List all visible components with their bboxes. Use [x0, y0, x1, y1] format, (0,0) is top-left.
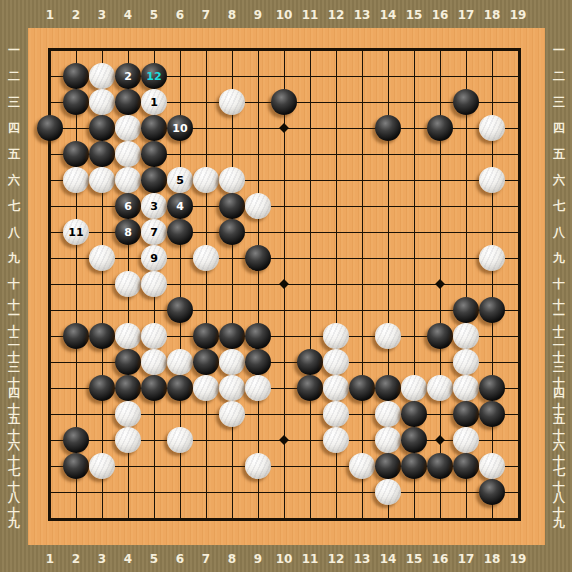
board-cell[interactable] [37, 245, 63, 271]
board-cell[interactable] [479, 193, 505, 219]
board-cell[interactable] [141, 37, 167, 63]
board-cell[interactable] [271, 375, 297, 401]
board-cell[interactable] [453, 141, 479, 167]
board-cell[interactable] [89, 167, 115, 193]
board-cell[interactable] [427, 271, 453, 297]
board-cell[interactable] [89, 323, 115, 349]
board-cell[interactable] [37, 89, 63, 115]
board-cell[interactable] [427, 297, 453, 323]
board-cell[interactable] [349, 271, 375, 297]
board-cell[interactable] [401, 453, 427, 479]
board-cell[interactable] [505, 115, 531, 141]
board-cell[interactable] [271, 193, 297, 219]
board-cell[interactable] [323, 401, 349, 427]
board-cell[interactable] [401, 505, 427, 531]
board-cell[interactable] [479, 167, 505, 193]
board-cell[interactable] [37, 115, 63, 141]
board-cell[interactable] [219, 63, 245, 89]
board-cell[interactable] [115, 323, 141, 349]
board-cell[interactable] [297, 167, 323, 193]
board-cell[interactable] [453, 427, 479, 453]
board-cell[interactable] [89, 245, 115, 271]
board-cell[interactable] [401, 297, 427, 323]
board-cell[interactable] [37, 63, 63, 89]
board-cell[interactable] [245, 219, 271, 245]
board-cell[interactable] [115, 167, 141, 193]
board-cell[interactable] [323, 453, 349, 479]
board-cell[interactable] [167, 63, 193, 89]
board-cell[interactable] [219, 349, 245, 375]
board-cell[interactable] [401, 141, 427, 167]
board-cell[interactable] [89, 219, 115, 245]
board-cell[interactable] [453, 375, 479, 401]
board-cell[interactable] [245, 89, 271, 115]
board-cell[interactable] [375, 37, 401, 63]
board-cell[interactable] [401, 271, 427, 297]
board-cell[interactable] [89, 401, 115, 427]
board-cell[interactable] [271, 89, 297, 115]
board-cell[interactable] [323, 271, 349, 297]
board-cell[interactable] [89, 453, 115, 479]
board-cell[interactable] [349, 245, 375, 271]
board-cell[interactable] [453, 297, 479, 323]
board-cell[interactable] [115, 115, 141, 141]
board-cell[interactable] [453, 271, 479, 297]
board-cell[interactable] [219, 89, 245, 115]
board-cell[interactable] [193, 505, 219, 531]
board-cell[interactable] [453, 193, 479, 219]
board-cell[interactable] [167, 89, 193, 115]
board-cell[interactable] [479, 375, 505, 401]
board-cell[interactable] [141, 167, 167, 193]
board-cell[interactable] [349, 479, 375, 505]
board-cell[interactable] [89, 297, 115, 323]
board-cell[interactable] [323, 505, 349, 531]
board-cell[interactable] [63, 401, 89, 427]
board-cell[interactable] [401, 245, 427, 271]
board-cell[interactable] [297, 245, 323, 271]
board-cell[interactable] [89, 89, 115, 115]
board-cell[interactable] [245, 375, 271, 401]
board-cell[interactable] [349, 167, 375, 193]
board-cell[interactable] [115, 401, 141, 427]
board-cell[interactable] [427, 193, 453, 219]
board-cell[interactable] [479, 37, 505, 63]
board-cell[interactable] [505, 401, 531, 427]
board-cell[interactable] [401, 167, 427, 193]
board-cell[interactable] [271, 401, 297, 427]
board-cell[interactable] [505, 37, 531, 63]
board-cell[interactable] [375, 505, 401, 531]
board-cell[interactable] [505, 141, 531, 167]
board-cell[interactable] [453, 401, 479, 427]
board-cell[interactable] [63, 115, 89, 141]
board-cell[interactable] [245, 245, 271, 271]
board-cell[interactable] [193, 297, 219, 323]
board-cell[interactable] [375, 167, 401, 193]
board-cell[interactable] [219, 271, 245, 297]
board-cell[interactable]: 3 [141, 193, 167, 219]
board-cell[interactable] [167, 141, 193, 167]
board-cell[interactable] [167, 401, 193, 427]
board-cell[interactable] [401, 193, 427, 219]
board-cell[interactable] [193, 193, 219, 219]
board-cell[interactable] [479, 427, 505, 453]
board-cell[interactable] [427, 427, 453, 453]
board-cell[interactable] [167, 479, 193, 505]
board-cell[interactable] [271, 297, 297, 323]
board-cell[interactable] [453, 219, 479, 245]
board-cell[interactable] [245, 297, 271, 323]
board-cell[interactable] [63, 479, 89, 505]
board-cell[interactable]: 11 [63, 219, 89, 245]
board-cell[interactable] [89, 141, 115, 167]
board-cell[interactable] [167, 219, 193, 245]
board-cell[interactable] [375, 245, 401, 271]
board-cell[interactable] [63, 505, 89, 531]
board-cell[interactable] [193, 479, 219, 505]
board-cell[interactable] [297, 453, 323, 479]
board-cell[interactable] [427, 63, 453, 89]
board-cell[interactable] [323, 89, 349, 115]
board-cell[interactable] [63, 375, 89, 401]
board-cell[interactable] [297, 427, 323, 453]
board-cell[interactable] [193, 141, 219, 167]
board-cell[interactable] [375, 401, 401, 427]
board-cell[interactable] [115, 37, 141, 63]
board-cell[interactable] [89, 271, 115, 297]
board-cell[interactable] [349, 297, 375, 323]
board-cell[interactable] [479, 115, 505, 141]
board-cell[interactable] [375, 63, 401, 89]
board-cell[interactable] [63, 297, 89, 323]
board-cell[interactable] [193, 167, 219, 193]
board-cell[interactable] [271, 37, 297, 63]
board-cell[interactable] [167, 297, 193, 323]
board-cell[interactable] [271, 63, 297, 89]
board-cell[interactable] [115, 349, 141, 375]
board-cell[interactable] [297, 89, 323, 115]
board-cell[interactable] [479, 401, 505, 427]
board-cell[interactable] [37, 37, 63, 63]
board-cell[interactable] [219, 375, 245, 401]
board-cell[interactable] [427, 349, 453, 375]
board-cell[interactable] [219, 505, 245, 531]
board-cell[interactable] [375, 479, 401, 505]
board-cell[interactable] [349, 427, 375, 453]
board-cell[interactable] [271, 219, 297, 245]
board-cell[interactable]: 7 [141, 219, 167, 245]
board-cell[interactable] [297, 115, 323, 141]
board-cell[interactable] [219, 141, 245, 167]
board-cell[interactable] [401, 427, 427, 453]
board-cell[interactable] [505, 453, 531, 479]
board-cell[interactable] [375, 349, 401, 375]
board-cell[interactable] [37, 479, 63, 505]
board-cell[interactable] [453, 167, 479, 193]
board-cell[interactable] [193, 427, 219, 453]
board-cell[interactable] [167, 37, 193, 63]
board-cell[interactable] [401, 63, 427, 89]
board-cell[interactable] [115, 271, 141, 297]
board-cell[interactable] [219, 193, 245, 219]
board-cell[interactable]: 12 [141, 63, 167, 89]
board-cell[interactable] [401, 375, 427, 401]
board-cell[interactable] [141, 297, 167, 323]
board-cell[interactable] [245, 37, 271, 63]
board-cell[interactable] [375, 141, 401, 167]
board-cell[interactable] [323, 193, 349, 219]
board-cell[interactable] [297, 479, 323, 505]
board-cell[interactable] [141, 453, 167, 479]
board-cell[interactable]: 2 [115, 63, 141, 89]
board-cell[interactable] [349, 505, 375, 531]
board-cell[interactable] [141, 479, 167, 505]
board-cell[interactable] [505, 271, 531, 297]
board-cell[interactable] [37, 167, 63, 193]
board-cell[interactable] [505, 167, 531, 193]
board-cell[interactable] [349, 37, 375, 63]
board-cell[interactable] [219, 167, 245, 193]
board-cell[interactable] [37, 323, 63, 349]
board-cell[interactable] [401, 37, 427, 63]
board-cell[interactable] [297, 297, 323, 323]
board-cell[interactable] [219, 323, 245, 349]
board-cell[interactable] [505, 349, 531, 375]
board-cell[interactable] [427, 89, 453, 115]
board-cell[interactable] [141, 505, 167, 531]
board-cell[interactable] [297, 193, 323, 219]
board-cell[interactable] [63, 453, 89, 479]
board-cell[interactable] [375, 323, 401, 349]
board-cell[interactable] [115, 245, 141, 271]
board-cell[interactable] [479, 89, 505, 115]
board-cell[interactable] [219, 115, 245, 141]
board-cell[interactable] [323, 349, 349, 375]
board-cell[interactable] [375, 297, 401, 323]
board-cell[interactable] [63, 245, 89, 271]
board-cell[interactable] [193, 401, 219, 427]
board-cell[interactable] [401, 323, 427, 349]
board-cell[interactable] [245, 427, 271, 453]
board-cell[interactable] [219, 479, 245, 505]
board-cell[interactable] [401, 115, 427, 141]
board-cell[interactable] [323, 219, 349, 245]
board-cell[interactable] [245, 271, 271, 297]
board-cell[interactable] [427, 479, 453, 505]
board-cell[interactable] [271, 427, 297, 453]
board-cell[interactable] [193, 115, 219, 141]
board-cell[interactable] [141, 375, 167, 401]
board-cell[interactable] [89, 115, 115, 141]
board-cell[interactable] [193, 37, 219, 63]
board-cell[interactable] [427, 245, 453, 271]
board-cell[interactable] [193, 453, 219, 479]
board-cell[interactable] [479, 271, 505, 297]
board-cell[interactable] [89, 427, 115, 453]
board-cell[interactable] [453, 323, 479, 349]
board-cell[interactable] [219, 427, 245, 453]
board-cell[interactable] [427, 141, 453, 167]
board-cell[interactable] [89, 479, 115, 505]
board-cell[interactable] [115, 505, 141, 531]
board-cell[interactable]: 5 [167, 167, 193, 193]
board-cell[interactable] [453, 349, 479, 375]
board-cell[interactable] [89, 193, 115, 219]
board-cell[interactable] [37, 505, 63, 531]
board-cell[interactable] [427, 167, 453, 193]
board-cell[interactable] [245, 323, 271, 349]
board-cell[interactable] [115, 375, 141, 401]
board-cell[interactable]: 8 [115, 219, 141, 245]
board-cell[interactable] [219, 219, 245, 245]
board-cell[interactable] [505, 427, 531, 453]
board-cell[interactable] [297, 349, 323, 375]
board-cell[interactable] [219, 453, 245, 479]
board-cell[interactable] [167, 349, 193, 375]
board-cell[interactable] [167, 427, 193, 453]
board-cell[interactable] [323, 479, 349, 505]
board-cell[interactable] [427, 37, 453, 63]
board-cell[interactable] [479, 349, 505, 375]
board-cell[interactable] [401, 89, 427, 115]
board-cell[interactable] [349, 349, 375, 375]
board-cell[interactable]: 6 [115, 193, 141, 219]
board-cell[interactable] [271, 479, 297, 505]
board-cell[interactable] [167, 323, 193, 349]
board-cell[interactable] [349, 141, 375, 167]
board-cell[interactable] [323, 323, 349, 349]
board-cell[interactable] [63, 323, 89, 349]
board-cell[interactable] [427, 453, 453, 479]
board-cell[interactable] [37, 349, 63, 375]
board-cell[interactable] [193, 375, 219, 401]
board-cell[interactable] [323, 63, 349, 89]
board-cell[interactable]: 10 [167, 115, 193, 141]
board-cell[interactable] [505, 505, 531, 531]
board-cell[interactable] [245, 167, 271, 193]
board-cell[interactable] [427, 115, 453, 141]
board-cell[interactable] [89, 349, 115, 375]
board-cell[interactable] [375, 193, 401, 219]
board-cell[interactable] [193, 245, 219, 271]
board-cell[interactable] [271, 167, 297, 193]
board-cell[interactable] [63, 427, 89, 453]
board-cell[interactable]: 4 [167, 193, 193, 219]
board-cell[interactable] [479, 245, 505, 271]
board-cell[interactable] [401, 349, 427, 375]
board-cell[interactable] [63, 349, 89, 375]
board-cell[interactable] [115, 479, 141, 505]
board-cell[interactable] [37, 297, 63, 323]
board-cell[interactable] [349, 115, 375, 141]
board-cell[interactable] [479, 141, 505, 167]
board-cell[interactable] [427, 375, 453, 401]
board-cell[interactable] [349, 323, 375, 349]
board-cell[interactable] [271, 323, 297, 349]
board-cell[interactable] [297, 375, 323, 401]
board-cell[interactable] [297, 505, 323, 531]
board-cell[interactable] [505, 297, 531, 323]
board-cell[interactable] [297, 141, 323, 167]
board-cell[interactable] [271, 115, 297, 141]
board-cell[interactable]: 1 [141, 89, 167, 115]
board-cell[interactable] [349, 219, 375, 245]
board-cell[interactable] [297, 219, 323, 245]
board-cell[interactable] [375, 89, 401, 115]
board-cell[interactable] [505, 63, 531, 89]
board-cell[interactable] [37, 427, 63, 453]
board-cell[interactable] [479, 219, 505, 245]
board-cell[interactable] [245, 401, 271, 427]
board-cell[interactable] [271, 271, 297, 297]
board-cell[interactable] [219, 37, 245, 63]
board-cell[interactable] [297, 271, 323, 297]
board-cell[interactable] [479, 479, 505, 505]
board-cell[interactable] [427, 323, 453, 349]
board-cell[interactable] [297, 63, 323, 89]
board-cell[interactable] [167, 453, 193, 479]
board-cell[interactable] [37, 219, 63, 245]
board-cell[interactable] [167, 375, 193, 401]
board-cell[interactable] [375, 115, 401, 141]
board-cell[interactable] [297, 37, 323, 63]
board-cell[interactable] [37, 271, 63, 297]
board-cell[interactable] [323, 141, 349, 167]
board-cell[interactable] [115, 427, 141, 453]
board-cell[interactable] [167, 245, 193, 271]
board-cell[interactable] [193, 271, 219, 297]
board-cell[interactable] [453, 479, 479, 505]
board-cell[interactable] [63, 193, 89, 219]
board-cell[interactable] [323, 427, 349, 453]
board-cell[interactable] [427, 401, 453, 427]
board-cell[interactable] [375, 453, 401, 479]
board-cell[interactable] [63, 63, 89, 89]
board-cell[interactable] [479, 453, 505, 479]
board-cell[interactable] [375, 219, 401, 245]
board-cell[interactable] [193, 323, 219, 349]
board-cell[interactable] [167, 271, 193, 297]
board-cell[interactable] [271, 453, 297, 479]
board-cell[interactable] [349, 193, 375, 219]
board-cell[interactable] [505, 375, 531, 401]
board-cell[interactable] [193, 219, 219, 245]
board-cell[interactable] [349, 89, 375, 115]
board-cell[interactable] [271, 141, 297, 167]
board-cell[interactable] [245, 479, 271, 505]
board-cell[interactable] [505, 245, 531, 271]
board-cell[interactable] [63, 89, 89, 115]
board-cell[interactable] [245, 349, 271, 375]
board-cell[interactable]: 9 [141, 245, 167, 271]
board-cell[interactable] [141, 401, 167, 427]
board-cell[interactable] [89, 505, 115, 531]
board-cell[interactable] [375, 271, 401, 297]
board-cell[interactable] [479, 297, 505, 323]
board-cell[interactable] [141, 427, 167, 453]
board-cell[interactable] [37, 375, 63, 401]
board-cell[interactable] [349, 375, 375, 401]
board-cell[interactable] [401, 401, 427, 427]
board-cell[interactable] [167, 505, 193, 531]
board-cell[interactable] [245, 453, 271, 479]
board-cell[interactable] [453, 63, 479, 89]
board-cell[interactable] [349, 453, 375, 479]
board-cell[interactable] [141, 349, 167, 375]
board-cell[interactable] [479, 505, 505, 531]
board-cell[interactable] [193, 349, 219, 375]
